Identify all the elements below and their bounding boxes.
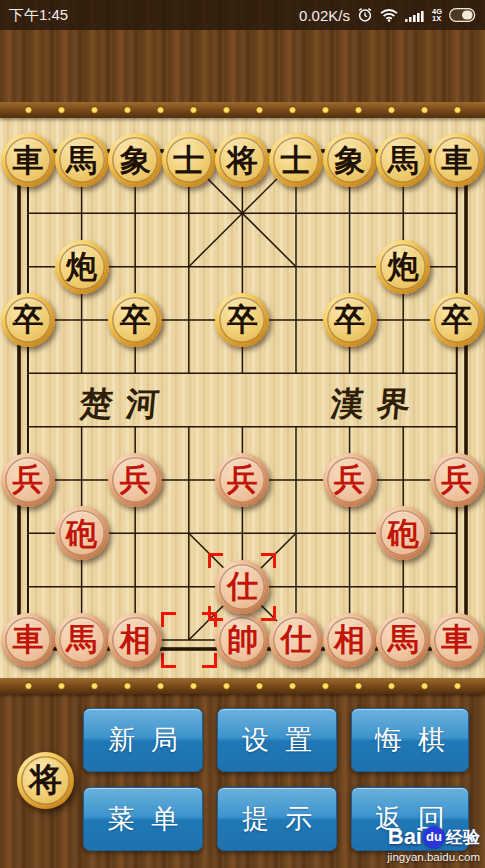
piece-character: 車	[13, 624, 44, 655]
piece-character: 卒	[120, 304, 151, 335]
settings-button[interactable]: 设置	[217, 708, 337, 772]
piece-character: 炮	[388, 251, 419, 282]
piece-character: 馬	[66, 624, 97, 655]
piece-red-i7[interactable]: 兵	[430, 453, 484, 507]
piece-character: 車	[13, 145, 44, 176]
piece-black-h1[interactable]: 馬	[376, 133, 430, 187]
selection-corner	[208, 606, 223, 621]
piece-character: 仕	[227, 571, 258, 602]
piece-character: 砲	[66, 518, 97, 549]
piece-character: 象	[120, 145, 151, 176]
piece-red-b10[interactable]: 馬	[55, 613, 109, 667]
piece-character: 相	[334, 624, 365, 655]
piece-black-e4[interactable]: 卒	[215, 293, 269, 347]
piece-character: 馬	[388, 624, 419, 655]
piece-character: 兵	[227, 464, 258, 495]
selection-corner	[208, 553, 223, 568]
baidu-logo-du-icon: du	[423, 826, 445, 848]
baidu-logo-bai: Bai	[388, 824, 422, 850]
piece-red-c10[interactable]: 相	[108, 613, 162, 667]
piece-character: 士	[173, 145, 204, 176]
piece-character: 帥	[227, 624, 258, 655]
baidu-watermark: Bai du 经验 jingyan.baidu.com	[387, 824, 480, 863]
signal-icon	[405, 9, 425, 22]
river-label-left: 楚河	[78, 382, 174, 427]
net-speed: 0.02K/s	[299, 7, 350, 24]
piece-character: 車	[441, 624, 472, 655]
new-game-button[interactable]: 新局	[83, 708, 203, 772]
menu-button[interactable]: 菜单	[83, 787, 203, 851]
board-top-rail	[0, 102, 485, 118]
baidu-logo-suffix: 经验	[446, 826, 480, 849]
piece-red-a7[interactable]: 兵	[1, 453, 55, 507]
piece-black-a1[interactable]: 車	[1, 133, 55, 187]
board-bottom-rail	[0, 678, 485, 694]
selection-corner	[161, 653, 176, 668]
piece-character: 相	[120, 624, 151, 655]
wifi-icon	[380, 9, 398, 22]
piece-black-c4[interactable]: 卒	[108, 293, 162, 347]
selection-corner	[261, 606, 276, 621]
piece-red-h10[interactable]: 馬	[376, 613, 430, 667]
network-type-badge: 4G 1X	[432, 8, 442, 22]
piece-black-i1[interactable]: 車	[430, 133, 484, 187]
piece-red-g7[interactable]: 兵	[323, 453, 377, 507]
piece-character: 兵	[334, 464, 365, 495]
piece-black-h3[interactable]: 炮	[376, 240, 430, 294]
alarm-icon	[357, 7, 373, 23]
watermark-url: jingyan.baidu.com	[387, 851, 480, 863]
piece-character: 卒	[13, 304, 44, 335]
piece-red-f10[interactable]: 仕	[269, 613, 323, 667]
turn-indicator-piece: 将	[17, 752, 74, 809]
selection-corner	[202, 653, 217, 668]
piece-black-g1[interactable]: 象	[323, 133, 377, 187]
piece-red-a10[interactable]: 車	[1, 613, 55, 667]
piece-black-d1[interactable]: 士	[162, 133, 216, 187]
piece-black-c1[interactable]: 象	[108, 133, 162, 187]
piece-character: 炮	[66, 251, 97, 282]
piece-character: 兵	[13, 464, 44, 495]
piece-character: 象	[334, 145, 365, 176]
piece-character: 馬	[66, 145, 97, 176]
piece-red-c7[interactable]: 兵	[108, 453, 162, 507]
piece-character: 卒	[441, 304, 472, 335]
status-bar: 下午1:45 0.02K/s 4G	[0, 0, 485, 30]
clock-time: 下午1:45	[9, 6, 68, 25]
piece-character: 仕	[281, 624, 312, 655]
piece-black-b3[interactable]: 炮	[55, 240, 109, 294]
piece-character: 兵	[120, 464, 151, 495]
piece-character: 兵	[441, 464, 472, 495]
piece-red-e9[interactable]: 仕	[215, 560, 269, 614]
piece-character: 卒	[227, 304, 258, 335]
piece-character: 将	[227, 145, 258, 176]
xiangqi-app-screen: 下午1:45 0.02K/s 4G	[0, 0, 485, 868]
piece-black-f1[interactable]: 士	[269, 133, 323, 187]
piece-red-i10[interactable]: 車	[430, 613, 484, 667]
piece-red-g10[interactable]: 相	[323, 613, 377, 667]
turn-indicator-char: 将	[29, 758, 62, 803]
piece-character: 砲	[388, 518, 419, 549]
piece-black-g4[interactable]: 卒	[323, 293, 377, 347]
hint-button[interactable]: 提示	[217, 787, 337, 851]
selection-corner	[261, 553, 276, 568]
piece-black-e1[interactable]: 将	[215, 133, 269, 187]
piece-character: 馬	[388, 145, 419, 176]
river-label-right: 漢界	[329, 382, 425, 427]
piece-black-b1[interactable]: 馬	[55, 133, 109, 187]
piece-character: 士	[281, 145, 312, 176]
piece-black-a4[interactable]: 卒	[1, 293, 55, 347]
piece-red-e10[interactable]: 帥	[215, 613, 269, 667]
selection-corner	[161, 612, 176, 627]
piece-black-i4[interactable]: 卒	[430, 293, 484, 347]
piece-red-b8[interactable]: 砲	[55, 506, 109, 560]
piece-character: 車	[441, 145, 472, 176]
piece-red-e7[interactable]: 兵	[215, 453, 269, 507]
battery-icon	[449, 8, 476, 22]
piece-character: 卒	[334, 304, 365, 335]
undo-button[interactable]: 悔棋	[351, 708, 469, 772]
